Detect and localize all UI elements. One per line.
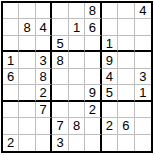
sudoku-cell-r6c7: 5 [102,85,118,101]
sudoku-cell-r1c6: 8 [85,3,101,19]
sudoku-cell-r9c6[interactable] [85,135,101,151]
sudoku-cell-r1c2[interactable] [19,3,35,19]
sudoku-cell-r4c4: 8 [52,52,68,68]
sudoku-cell-r3c4: 5 [52,36,68,52]
sudoku-cell-r1c5[interactable] [69,3,85,19]
sudoku-cell-r3c6[interactable] [85,36,101,52]
sudoku-cell-r1c1[interactable] [3,3,19,19]
sudoku-cell-r5c7: 4 [102,69,118,85]
sudoku-cell-r6c4[interactable] [52,85,68,101]
sudoku-cell-r3c1[interactable] [3,36,19,52]
sudoku-cell-r6c3: 2 [36,85,52,101]
sudoku-cell-r6c8[interactable] [118,85,134,101]
sudoku-cell-r4c2[interactable] [19,52,35,68]
sudoku-cell-r5c9: 3 [135,69,151,85]
sudoku-cell-r6c1[interactable] [3,85,19,101]
sudoku-cell-r2c1[interactable] [3,19,19,35]
sudoku-cell-r3c8[interactable] [118,36,134,52]
sudoku-cell-r5c2[interactable] [19,69,35,85]
sudoku-cell-r4c9[interactable] [135,52,151,68]
sudoku-cell-r2c5: 1 [69,19,85,35]
sudoku-cell-r2c4[interactable] [52,19,68,35]
sudoku-cell-r5c3: 8 [36,69,52,85]
sudoku-cell-r7c3: 7 [36,102,52,118]
sudoku-cell-r2c9[interactable] [135,19,151,35]
sudoku-cell-r2c2: 8 [19,19,35,35]
sudoku-cell-r6c5[interactable] [69,85,85,101]
sudoku-cell-r4c5[interactable] [69,52,85,68]
sudoku-cell-r1c3[interactable] [36,3,52,19]
sudoku-cell-r8c8: 6 [118,118,134,134]
sudoku-cell-r1c9: 4 [135,3,151,19]
sudoku-cell-r1c8[interactable] [118,3,134,19]
sudoku-cell-r8c9[interactable] [135,118,151,134]
sudoku-cell-r6c9: 1 [135,85,151,101]
sudoku-cell-r9c4: 3 [52,135,68,151]
sudoku-cell-r3c5[interactable] [69,36,85,52]
sudoku-cell-r7c7[interactable] [102,102,118,118]
sudoku-cell-r6c2[interactable] [19,85,35,101]
sudoku-cell-r9c1: 2 [3,135,19,151]
sudoku-cell-r5c6[interactable] [85,69,101,85]
sudoku-cell-r3c7: 1 [102,36,118,52]
sudoku-cell-r4c1: 1 [3,52,19,68]
sudoku-cell-r9c8[interactable] [118,135,134,151]
sudoku-cell-r4c7: 9 [102,52,118,68]
sudoku-board: 8484165113896843295172782623 [1,1,153,153]
sudoku-cell-r7c4[interactable] [52,102,68,118]
sudoku-cell-r5c8[interactable] [118,69,134,85]
sudoku-cell-r4c8[interactable] [118,52,134,68]
sudoku-cell-r8c5: 8 [69,118,85,134]
sudoku-cell-r3c2[interactable] [19,36,35,52]
sudoku-cell-r2c6: 6 [85,19,101,35]
sudoku-cell-r7c5[interactable] [69,102,85,118]
sudoku-cell-r5c5[interactable] [69,69,85,85]
sudoku-cell-r5c1: 6 [3,69,19,85]
sudoku-cell-r9c2[interactable] [19,135,35,151]
sudoku-cell-r2c3: 4 [36,19,52,35]
sudoku-cell-r8c4: 7 [52,118,68,134]
sudoku-cell-r9c3[interactable] [36,135,52,151]
sudoku-cell-r4c6[interactable] [85,52,101,68]
sudoku-cell-r9c9[interactable] [135,135,151,151]
sudoku-cell-r2c7[interactable] [102,19,118,35]
sudoku-cell-r9c5[interactable] [69,135,85,151]
sudoku-cell-r6c6: 9 [85,85,101,101]
sudoku-cell-r4c3: 3 [36,52,52,68]
sudoku-cell-r7c2[interactable] [19,102,35,118]
sudoku-cell-r2c8[interactable] [118,19,134,35]
sudoku-cell-r8c2[interactable] [19,118,35,134]
sudoku-cell-r9c7[interactable] [102,135,118,151]
sudoku-cell-r3c9[interactable] [135,36,151,52]
sudoku-cell-r8c7: 2 [102,118,118,134]
sudoku-cell-r7c1[interactable] [3,102,19,118]
sudoku-cell-r7c8[interactable] [118,102,134,118]
sudoku-cell-r8c6[interactable] [85,118,101,134]
sudoku-cell-r8c1[interactable] [3,118,19,134]
sudoku-cell-r5c4[interactable] [52,69,68,85]
sudoku-cell-r1c4[interactable] [52,3,68,19]
sudoku-cell-r7c6: 2 [85,102,101,118]
sudoku-cell-r8c3[interactable] [36,118,52,134]
sudoku-cell-r7c9[interactable] [135,102,151,118]
sudoku-cell-r3c3[interactable] [36,36,52,52]
sudoku-cell-r1c7[interactable] [102,3,118,19]
